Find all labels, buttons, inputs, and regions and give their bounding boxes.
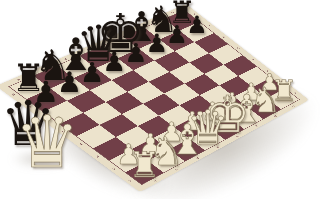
- piece-black-pawn-h7: ♟: [186, 14, 207, 38]
- piece-black-pawn-f7: ♟: [145, 31, 168, 56]
- piece-black-pawn-b7: ♟: [57, 69, 82, 97]
- piece-white-rook-a1: ♜: [129, 147, 161, 183]
- chess-set-photo: aa88bb77cc66dd55ee44ff33gg22hh11 ♜♞♝♛♚♝♞…: [0, 0, 320, 199]
- piece-black-pawn-c7: ♟: [80, 59, 105, 87]
- piece-black-pawn-e7: ♟: [124, 40, 147, 66]
- extra-white-queen: ♛: [15, 106, 80, 178]
- pieces-layer: ♜♞♝♛♚♝♞♜♟♟♟♟♟♟♟♟♟♟♟♟♟♟♟♟♜♞♝♛♚♝♞♜♛♛: [0, 0, 320, 199]
- piece-black-pawn-g7: ♟: [166, 23, 188, 48]
- piece-black-pawn-d7: ♟: [102, 50, 126, 77]
